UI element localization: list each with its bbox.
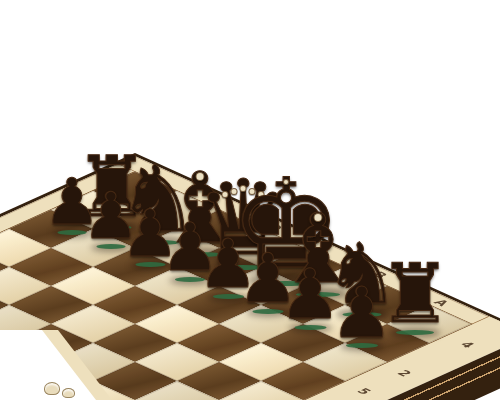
piece-pawn: ♟ xyxy=(327,289,397,346)
finial-dots xyxy=(314,213,323,222)
finial-dots xyxy=(283,179,289,185)
chess-set-product-photo: 425DBA ♜♟♞♟♝♟♛♟♚♝♟♟♞♟♜♟ xyxy=(0,0,500,400)
finial-dot xyxy=(314,213,323,222)
pawn-glyph: ♟ xyxy=(331,280,394,347)
felt-base-ring xyxy=(294,325,326,330)
white-piece-tip xyxy=(44,382,60,395)
finial-dot xyxy=(283,179,289,185)
felt-base-ring xyxy=(396,330,434,335)
white-piece-tip xyxy=(62,388,75,398)
pieces-layer: ♜♟♞♟♝♟♛♟♚♝♟♟♞♟♜♟ xyxy=(0,0,500,400)
felt-base-ring xyxy=(346,343,378,348)
